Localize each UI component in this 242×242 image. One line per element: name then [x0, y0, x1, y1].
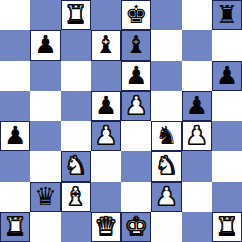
square-c7[interactable]	[61, 30, 91, 60]
square-d5[interactable]: ♟	[91, 91, 121, 121]
piece-black-king[interactable]: ♚	[125, 0, 147, 30]
square-h8[interactable]: ♜	[212, 0, 242, 30]
piece-white-rook[interactable]: ♜	[64, 0, 86, 30]
square-e8[interactable]: ♚	[121, 0, 151, 30]
square-f7[interactable]	[151, 30, 181, 60]
square-h5[interactable]	[212, 91, 242, 121]
square-g7[interactable]	[182, 30, 212, 60]
piece-black-pawn[interactable]: ♟	[216, 61, 238, 91]
square-b1[interactable]	[30, 212, 60, 242]
square-b8[interactable]	[30, 0, 60, 30]
square-c6[interactable]	[61, 61, 91, 91]
square-h6[interactable]: ♟	[212, 61, 242, 91]
square-d6[interactable]	[91, 61, 121, 91]
piece-black-bishop[interactable]: ♝	[95, 30, 117, 60]
square-e3[interactable]	[121, 151, 151, 181]
piece-black-rook[interactable]: ♜	[216, 0, 238, 30]
square-b3[interactable]	[30, 151, 60, 181]
piece-black-bishop[interactable]: ♝	[125, 30, 147, 60]
square-c5[interactable]	[61, 91, 91, 121]
square-d1[interactable]: ♛	[91, 212, 121, 242]
square-a1[interactable]: ♜	[0, 212, 30, 242]
square-f4[interactable]: ♞	[151, 121, 181, 151]
square-b4[interactable]	[30, 121, 60, 151]
square-b2[interactable]: ♛	[30, 182, 60, 212]
piece-white-knight[interactable]: ♞	[64, 151, 86, 181]
square-h7[interactable]	[212, 30, 242, 60]
square-g4[interactable]: ♟	[182, 121, 212, 151]
square-c3[interactable]: ♞	[61, 151, 91, 181]
square-g1[interactable]	[182, 212, 212, 242]
piece-white-pawn[interactable]: ♟	[125, 91, 147, 121]
square-d8[interactable]	[91, 0, 121, 30]
square-f5[interactable]	[151, 91, 181, 121]
square-b6[interactable]	[30, 61, 60, 91]
square-f1[interactable]	[151, 212, 181, 242]
square-d3[interactable]	[91, 151, 121, 181]
square-f6[interactable]	[151, 61, 181, 91]
square-e6[interactable]: ♟	[121, 61, 151, 91]
square-g8[interactable]	[182, 0, 212, 30]
piece-white-pawn[interactable]: ♟	[95, 121, 117, 151]
square-f3[interactable]: ♞	[151, 151, 181, 181]
square-a3[interactable]	[0, 151, 30, 181]
piece-black-pawn[interactable]: ♟	[125, 61, 147, 91]
piece-black-queen[interactable]: ♛	[34, 182, 56, 212]
piece-black-pawn[interactable]: ♟	[4, 121, 26, 151]
piece-white-rook[interactable]: ♜	[216, 212, 238, 242]
piece-white-pawn[interactable]: ♟	[155, 182, 177, 212]
piece-white-bishop[interactable]: ♝	[64, 182, 86, 212]
square-g2[interactable]	[182, 182, 212, 212]
square-h2[interactable]	[212, 182, 242, 212]
piece-black-pawn[interactable]: ♟	[34, 30, 56, 60]
square-a6[interactable]	[0, 61, 30, 91]
piece-black-pawn[interactable]: ♟	[95, 91, 117, 121]
piece-black-pawn[interactable]: ♟	[185, 91, 207, 121]
square-h1[interactable]: ♜	[212, 212, 242, 242]
square-g6[interactable]	[182, 61, 212, 91]
piece-white-rook[interactable]: ♜	[4, 212, 26, 242]
piece-white-queen[interactable]: ♛	[95, 212, 117, 242]
square-e1[interactable]: ♚	[121, 212, 151, 242]
square-e5[interactable]: ♟	[121, 91, 151, 121]
square-c4[interactable]	[61, 121, 91, 151]
piece-white-knight[interactable]: ♞	[155, 151, 177, 181]
square-h3[interactable]	[212, 151, 242, 181]
square-d2[interactable]	[91, 182, 121, 212]
square-g3[interactable]	[182, 151, 212, 181]
square-a2[interactable]	[0, 182, 30, 212]
square-c1[interactable]	[61, 212, 91, 242]
square-f2[interactable]: ♟	[151, 182, 181, 212]
square-h4[interactable]	[212, 121, 242, 151]
square-g5[interactable]: ♟	[182, 91, 212, 121]
square-b7[interactable]: ♟	[30, 30, 60, 60]
square-a5[interactable]	[0, 91, 30, 121]
piece-black-knight[interactable]: ♞	[155, 121, 177, 151]
square-e4[interactable]	[121, 121, 151, 151]
square-e2[interactable]	[121, 182, 151, 212]
square-d4[interactable]: ♟	[91, 121, 121, 151]
square-f8[interactable]	[151, 0, 181, 30]
square-d7[interactable]: ♝	[91, 30, 121, 60]
square-a4[interactable]: ♟	[0, 121, 30, 151]
piece-white-king[interactable]: ♚	[125, 212, 147, 242]
square-c2[interactable]: ♝	[61, 182, 91, 212]
piece-white-pawn[interactable]: ♟	[185, 121, 207, 151]
square-a8[interactable]	[0, 0, 30, 30]
square-a7[interactable]	[0, 30, 30, 60]
square-b5[interactable]	[30, 91, 60, 121]
square-e7[interactable]: ♝	[121, 30, 151, 60]
square-c8[interactable]: ♜	[61, 0, 91, 30]
chess-board: ♜♚♜♟♝♝♟♟♟♟♟♟♟♞♟♞♞♛♝♟♜♛♚♜	[0, 0, 242, 242]
